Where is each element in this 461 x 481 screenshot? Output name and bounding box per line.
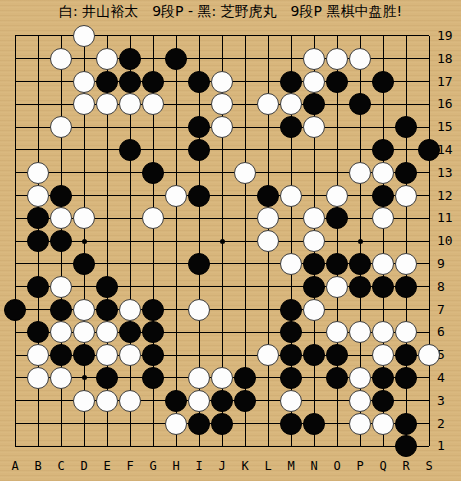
intersection-N3[interactable] — [303, 389, 326, 412]
intersection-N12[interactable] — [303, 184, 326, 207]
intersection-P9[interactable] — [349, 253, 372, 276]
intersection-H2[interactable] — [165, 412, 188, 435]
intersection-F17[interactable] — [119, 70, 142, 93]
intersection-Q15[interactable] — [372, 116, 395, 139]
intersection-P5[interactable] — [349, 344, 372, 367]
intersection-N1[interactable] — [303, 435, 326, 458]
intersection-L2[interactable] — [257, 412, 280, 435]
intersection-J13[interactable] — [211, 161, 234, 184]
intersection-L17[interactable] — [257, 70, 280, 93]
intersection-C12[interactable] — [50, 184, 73, 207]
intersection-B14[interactable] — [27, 139, 50, 162]
intersection-H17[interactable] — [165, 70, 188, 93]
intersection-E1[interactable] — [96, 435, 119, 458]
intersection-B11[interactable] — [27, 207, 50, 230]
intersection-Q16[interactable] — [372, 93, 395, 116]
intersection-H3[interactable] — [165, 389, 188, 412]
intersection-G5[interactable] — [142, 344, 165, 367]
intersection-G9[interactable] — [142, 253, 165, 276]
intersection-D2[interactable] — [73, 412, 96, 435]
intersection-E3[interactable] — [96, 389, 119, 412]
intersection-C4[interactable] — [50, 367, 73, 390]
intersection-I17[interactable] — [188, 70, 211, 93]
intersection-N11[interactable] — [303, 207, 326, 230]
intersection-Q13[interactable] — [372, 161, 395, 184]
intersection-Q14[interactable] — [372, 139, 395, 162]
intersection-O7[interactable] — [326, 298, 349, 321]
intersection-R10[interactable] — [395, 230, 418, 253]
intersection-G1[interactable] — [142, 435, 165, 458]
intersection-J12[interactable] — [211, 184, 234, 207]
intersection-P10[interactable] — [349, 230, 372, 253]
intersection-N19[interactable] — [303, 25, 326, 48]
intersection-D10[interactable] — [73, 230, 96, 253]
intersection-O5[interactable] — [326, 344, 349, 367]
intersection-B4[interactable] — [27, 367, 50, 390]
intersection-A1[interactable] — [4, 435, 27, 458]
intersection-D3[interactable] — [73, 389, 96, 412]
intersection-E7[interactable] — [96, 298, 119, 321]
intersection-B15[interactable] — [27, 116, 50, 139]
intersection-D7[interactable] — [73, 298, 96, 321]
intersection-R16[interactable] — [395, 93, 418, 116]
intersection-F13[interactable] — [119, 161, 142, 184]
intersection-D6[interactable] — [73, 321, 96, 344]
intersection-I10[interactable] — [188, 230, 211, 253]
intersection-B6[interactable] — [27, 321, 50, 344]
intersection-O17[interactable] — [326, 70, 349, 93]
intersection-G17[interactable] — [142, 70, 165, 93]
intersection-M17[interactable] — [280, 70, 303, 93]
intersection-C15[interactable] — [50, 116, 73, 139]
intersection-E4[interactable] — [96, 367, 119, 390]
intersection-A16[interactable] — [4, 93, 27, 116]
intersection-E19[interactable] — [96, 25, 119, 48]
intersection-K15[interactable] — [234, 116, 257, 139]
intersection-I5[interactable] — [188, 344, 211, 367]
intersection-S14[interactable] — [418, 139, 441, 162]
intersection-E16[interactable] — [96, 93, 119, 116]
intersection-O12[interactable] — [326, 184, 349, 207]
intersection-K16[interactable] — [234, 93, 257, 116]
intersection-R9[interactable] — [395, 253, 418, 276]
intersection-E10[interactable] — [96, 230, 119, 253]
intersection-K3[interactable] — [234, 389, 257, 412]
intersection-R19[interactable] — [395, 25, 418, 48]
intersection-J11[interactable] — [211, 207, 234, 230]
intersection-N4[interactable] — [303, 367, 326, 390]
intersection-C7[interactable] — [50, 298, 73, 321]
intersection-P17[interactable] — [349, 70, 372, 93]
intersection-L3[interactable] — [257, 389, 280, 412]
intersection-C10[interactable] — [50, 230, 73, 253]
intersection-Q2[interactable] — [372, 412, 395, 435]
intersection-N5[interactable] — [303, 344, 326, 367]
intersection-M11[interactable] — [280, 207, 303, 230]
intersection-J2[interactable] — [211, 412, 234, 435]
intersection-N7[interactable] — [303, 298, 326, 321]
intersection-E17[interactable] — [96, 70, 119, 93]
intersection-M4[interactable] — [280, 367, 303, 390]
intersection-H12[interactable] — [165, 184, 188, 207]
intersection-F3[interactable] — [119, 389, 142, 412]
intersection-O11[interactable] — [326, 207, 349, 230]
intersection-G3[interactable] — [142, 389, 165, 412]
intersection-K18[interactable] — [234, 47, 257, 70]
intersection-N8[interactable] — [303, 275, 326, 298]
intersection-I19[interactable] — [188, 25, 211, 48]
intersection-K11[interactable] — [234, 207, 257, 230]
intersection-I11[interactable] — [188, 207, 211, 230]
intersection-O10[interactable] — [326, 230, 349, 253]
intersection-K17[interactable] — [234, 70, 257, 93]
intersection-I18[interactable] — [188, 47, 211, 70]
intersection-E2[interactable] — [96, 412, 119, 435]
intersection-Q3[interactable] — [372, 389, 395, 412]
intersection-E8[interactable] — [96, 275, 119, 298]
intersection-F19[interactable] — [119, 25, 142, 48]
intersection-H19[interactable] — [165, 25, 188, 48]
intersection-F6[interactable] — [119, 321, 142, 344]
intersection-B9[interactable] — [27, 253, 50, 276]
intersection-Q8[interactable] — [372, 275, 395, 298]
intersection-K13[interactable] — [234, 161, 257, 184]
intersection-O3[interactable] — [326, 389, 349, 412]
intersection-M8[interactable] — [280, 275, 303, 298]
intersection-P1[interactable] — [349, 435, 372, 458]
intersection-G10[interactable] — [142, 230, 165, 253]
intersection-B8[interactable] — [27, 275, 50, 298]
intersection-C11[interactable] — [50, 207, 73, 230]
intersection-P8[interactable] — [349, 275, 372, 298]
intersection-D16[interactable] — [73, 93, 96, 116]
intersection-J15[interactable] — [211, 116, 234, 139]
intersection-K10[interactable] — [234, 230, 257, 253]
intersection-B16[interactable] — [27, 93, 50, 116]
intersection-I14[interactable] — [188, 139, 211, 162]
intersection-O14[interactable] — [326, 139, 349, 162]
intersection-L12[interactable] — [257, 184, 280, 207]
intersection-G14[interactable] — [142, 139, 165, 162]
intersection-O15[interactable] — [326, 116, 349, 139]
intersection-M12[interactable] — [280, 184, 303, 207]
intersection-E12[interactable] — [96, 184, 119, 207]
intersection-C9[interactable] — [50, 253, 73, 276]
intersection-C6[interactable] — [50, 321, 73, 344]
intersection-M18[interactable] — [280, 47, 303, 70]
intersection-M10[interactable] — [280, 230, 303, 253]
intersection-F12[interactable] — [119, 184, 142, 207]
intersection-H1[interactable] — [165, 435, 188, 458]
intersection-D14[interactable] — [73, 139, 96, 162]
intersection-B19[interactable] — [27, 25, 50, 48]
intersection-O1[interactable] — [326, 435, 349, 458]
intersection-G16[interactable] — [142, 93, 165, 116]
intersection-D8[interactable] — [73, 275, 96, 298]
intersection-H11[interactable] — [165, 207, 188, 230]
intersection-Q19[interactable] — [372, 25, 395, 48]
intersection-F16[interactable] — [119, 93, 142, 116]
intersection-K2[interactable] — [234, 412, 257, 435]
intersection-C2[interactable] — [50, 412, 73, 435]
intersection-O6[interactable] — [326, 321, 349, 344]
intersection-E11[interactable] — [96, 207, 119, 230]
intersection-B1[interactable] — [27, 435, 50, 458]
intersection-J17[interactable] — [211, 70, 234, 93]
intersection-K9[interactable] — [234, 253, 257, 276]
intersection-J3[interactable] — [211, 389, 234, 412]
intersection-R13[interactable] — [395, 161, 418, 184]
intersection-R11[interactable] — [395, 207, 418, 230]
intersection-C16[interactable] — [50, 93, 73, 116]
intersection-I4[interactable] — [188, 367, 211, 390]
intersection-P12[interactable] — [349, 184, 372, 207]
intersection-R17[interactable] — [395, 70, 418, 93]
intersection-P7[interactable] — [349, 298, 372, 321]
intersection-D5[interactable] — [73, 344, 96, 367]
intersection-D4[interactable] — [73, 367, 96, 390]
intersection-I13[interactable] — [188, 161, 211, 184]
intersection-R12[interactable] — [395, 184, 418, 207]
intersection-I6[interactable] — [188, 321, 211, 344]
intersection-Q5[interactable] — [372, 344, 395, 367]
intersection-K6[interactable] — [234, 321, 257, 344]
intersection-Q9[interactable] — [372, 253, 395, 276]
intersection-B18[interactable] — [27, 47, 50, 70]
intersection-G12[interactable] — [142, 184, 165, 207]
intersection-F7[interactable] — [119, 298, 142, 321]
intersection-E18[interactable] — [96, 47, 119, 70]
intersection-J1[interactable] — [211, 435, 234, 458]
intersection-C19[interactable] — [50, 25, 73, 48]
intersection-L16[interactable] — [257, 93, 280, 116]
intersection-L8[interactable] — [257, 275, 280, 298]
intersection-B13[interactable] — [27, 161, 50, 184]
intersection-M2[interactable] — [280, 412, 303, 435]
intersection-K19[interactable] — [234, 25, 257, 48]
intersection-J5[interactable] — [211, 344, 234, 367]
intersection-Q17[interactable] — [372, 70, 395, 93]
intersection-O2[interactable] — [326, 412, 349, 435]
intersection-J14[interactable] — [211, 139, 234, 162]
intersection-G18[interactable] — [142, 47, 165, 70]
intersection-R2[interactable] — [395, 412, 418, 435]
intersection-A17[interactable] — [4, 70, 27, 93]
intersection-A3[interactable] — [4, 389, 27, 412]
intersection-H16[interactable] — [165, 93, 188, 116]
intersection-R14[interactable] — [395, 139, 418, 162]
intersection-A9[interactable] — [4, 253, 27, 276]
intersection-G2[interactable] — [142, 412, 165, 435]
intersection-D13[interactable] — [73, 161, 96, 184]
intersection-M5[interactable] — [280, 344, 303, 367]
intersection-O18[interactable] — [326, 47, 349, 70]
intersection-M19[interactable] — [280, 25, 303, 48]
intersection-K12[interactable] — [234, 184, 257, 207]
intersection-R8[interactable] — [395, 275, 418, 298]
intersection-E6[interactable] — [96, 321, 119, 344]
intersection-F2[interactable] — [119, 412, 142, 435]
intersection-I2[interactable] — [188, 412, 211, 435]
intersection-M3[interactable] — [280, 389, 303, 412]
intersection-K5[interactable] — [234, 344, 257, 367]
intersection-R6[interactable] — [395, 321, 418, 344]
intersection-A18[interactable] — [4, 47, 27, 70]
intersection-I15[interactable] — [188, 116, 211, 139]
intersection-H4[interactable] — [165, 367, 188, 390]
intersection-R1[interactable] — [395, 435, 418, 458]
intersection-M6[interactable] — [280, 321, 303, 344]
intersection-M1[interactable] — [280, 435, 303, 458]
intersection-J4[interactable] — [211, 367, 234, 390]
intersection-O19[interactable] — [326, 25, 349, 48]
intersection-M13[interactable] — [280, 161, 303, 184]
intersection-P15[interactable] — [349, 116, 372, 139]
intersection-L15[interactable] — [257, 116, 280, 139]
intersection-Q6[interactable] — [372, 321, 395, 344]
intersection-B5[interactable] — [27, 344, 50, 367]
intersection-M14[interactable] — [280, 139, 303, 162]
intersection-L11[interactable] — [257, 207, 280, 230]
intersection-E14[interactable] — [96, 139, 119, 162]
intersection-M9[interactable] — [280, 253, 303, 276]
intersection-P11[interactable] — [349, 207, 372, 230]
intersection-I9[interactable] — [188, 253, 211, 276]
intersection-B12[interactable] — [27, 184, 50, 207]
intersection-L10[interactable] — [257, 230, 280, 253]
intersection-J7[interactable] — [211, 298, 234, 321]
intersection-F18[interactable] — [119, 47, 142, 70]
intersection-N17[interactable] — [303, 70, 326, 93]
intersection-C17[interactable] — [50, 70, 73, 93]
intersection-C1[interactable] — [50, 435, 73, 458]
intersection-M16[interactable] — [280, 93, 303, 116]
intersection-O4[interactable] — [326, 367, 349, 390]
intersection-H5[interactable] — [165, 344, 188, 367]
intersection-E15[interactable] — [96, 116, 119, 139]
intersection-C8[interactable] — [50, 275, 73, 298]
intersection-G19[interactable] — [142, 25, 165, 48]
intersection-G7[interactable] — [142, 298, 165, 321]
intersection-K4[interactable] — [234, 367, 257, 390]
intersection-R5[interactable] — [395, 344, 418, 367]
intersection-L6[interactable] — [257, 321, 280, 344]
intersection-P13[interactable] — [349, 161, 372, 184]
intersection-M7[interactable] — [280, 298, 303, 321]
intersection-H6[interactable] — [165, 321, 188, 344]
intersection-C13[interactable] — [50, 161, 73, 184]
intersection-P18[interactable] — [349, 47, 372, 70]
intersection-P4[interactable] — [349, 367, 372, 390]
intersection-H15[interactable] — [165, 116, 188, 139]
intersection-L18[interactable] — [257, 47, 280, 70]
intersection-E5[interactable] — [96, 344, 119, 367]
intersection-P2[interactable] — [349, 412, 372, 435]
intersection-R15[interactable] — [395, 116, 418, 139]
intersection-R7[interactable] — [395, 298, 418, 321]
intersection-J8[interactable] — [211, 275, 234, 298]
intersection-L5[interactable] — [257, 344, 280, 367]
intersection-F9[interactable] — [119, 253, 142, 276]
intersection-L4[interactable] — [257, 367, 280, 390]
intersection-I12[interactable] — [188, 184, 211, 207]
intersection-D12[interactable] — [73, 184, 96, 207]
intersection-O8[interactable] — [326, 275, 349, 298]
intersection-P6[interactable] — [349, 321, 372, 344]
intersection-G13[interactable] — [142, 161, 165, 184]
intersection-L19[interactable] — [257, 25, 280, 48]
intersection-Q12[interactable] — [372, 184, 395, 207]
intersection-A19[interactable] — [4, 25, 27, 48]
intersection-F15[interactable] — [119, 116, 142, 139]
intersection-J19[interactable] — [211, 25, 234, 48]
intersection-H7[interactable] — [165, 298, 188, 321]
intersection-R4[interactable] — [395, 367, 418, 390]
intersection-D1[interactable] — [73, 435, 96, 458]
intersection-A13[interactable] — [4, 161, 27, 184]
intersection-A7[interactable] — [4, 298, 27, 321]
intersection-C3[interactable] — [50, 389, 73, 412]
intersection-N15[interactable] — [303, 116, 326, 139]
intersection-K7[interactable] — [234, 298, 257, 321]
intersection-L9[interactable] — [257, 253, 280, 276]
intersection-A8[interactable] — [4, 275, 27, 298]
intersection-F14[interactable] — [119, 139, 142, 162]
intersection-D11[interactable] — [73, 207, 96, 230]
intersection-D18[interactable] — [73, 47, 96, 70]
intersection-J10[interactable] — [211, 230, 234, 253]
intersection-N10[interactable] — [303, 230, 326, 253]
intersection-S5[interactable] — [418, 344, 441, 367]
intersection-F8[interactable] — [119, 275, 142, 298]
intersection-Q10[interactable] — [372, 230, 395, 253]
intersection-R18[interactable] — [395, 47, 418, 70]
intersection-D9[interactable] — [73, 253, 96, 276]
intersection-O9[interactable] — [326, 253, 349, 276]
intersection-N18[interactable] — [303, 47, 326, 70]
intersection-F11[interactable] — [119, 207, 142, 230]
intersection-F4[interactable] — [119, 367, 142, 390]
intersection-N14[interactable] — [303, 139, 326, 162]
intersection-Q1[interactable] — [372, 435, 395, 458]
intersection-N6[interactable] — [303, 321, 326, 344]
intersection-H18[interactable] — [165, 47, 188, 70]
intersection-R3[interactable] — [395, 389, 418, 412]
intersection-E13[interactable] — [96, 161, 119, 184]
intersection-A11[interactable] — [4, 207, 27, 230]
intersection-H8[interactable] — [165, 275, 188, 298]
intersection-A5[interactable] — [4, 344, 27, 367]
intersection-D17[interactable] — [73, 70, 96, 93]
intersection-G11[interactable] — [142, 207, 165, 230]
intersection-I3[interactable] — [188, 389, 211, 412]
intersection-Q7[interactable] — [372, 298, 395, 321]
intersection-G6[interactable] — [142, 321, 165, 344]
intersection-H13[interactable] — [165, 161, 188, 184]
intersection-C18[interactable] — [50, 47, 73, 70]
intersection-M15[interactable] — [280, 116, 303, 139]
intersection-O13[interactable] — [326, 161, 349, 184]
intersection-B7[interactable] — [27, 298, 50, 321]
intersection-F1[interactable] — [119, 435, 142, 458]
intersection-J9[interactable] — [211, 253, 234, 276]
intersection-N2[interactable] — [303, 412, 326, 435]
intersection-E9[interactable] — [96, 253, 119, 276]
intersection-Q4[interactable] — [372, 367, 395, 390]
intersection-O16[interactable] — [326, 93, 349, 116]
intersection-D15[interactable] — [73, 116, 96, 139]
intersection-A12[interactable] — [4, 184, 27, 207]
